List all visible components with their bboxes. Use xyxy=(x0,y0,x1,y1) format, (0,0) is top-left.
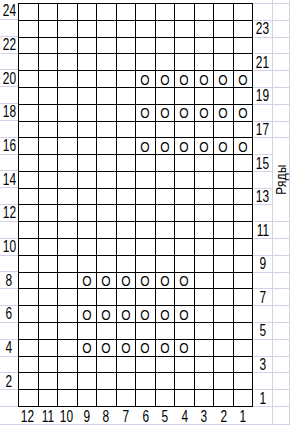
chart-cell xyxy=(175,54,195,71)
chart-cell: O xyxy=(214,71,234,88)
chart-cell xyxy=(97,323,117,340)
chart-cell: O xyxy=(234,71,254,88)
chart-cell xyxy=(97,88,117,105)
label-cell: 2 xyxy=(214,407,234,425)
chart-cell xyxy=(117,21,137,38)
chart-cell xyxy=(78,54,98,71)
chart-cell xyxy=(234,357,254,374)
row-label-left: 12 xyxy=(2,205,15,221)
yarn-over-symbol: O xyxy=(180,139,189,154)
chart-cell xyxy=(234,189,254,206)
chart-cell xyxy=(136,4,156,21)
chart-cell xyxy=(19,373,39,390)
chart-cell xyxy=(136,21,156,38)
row-label-left: 20 xyxy=(2,70,15,86)
chart-cell xyxy=(117,222,137,239)
chart-cell xyxy=(78,38,98,55)
chart-cell xyxy=(175,122,195,139)
chart-cell xyxy=(234,21,254,38)
chart-cell xyxy=(214,54,234,71)
label-cell xyxy=(0,155,18,172)
chart-cell xyxy=(39,340,59,357)
label-cell: 2 xyxy=(0,373,18,390)
chart-cell xyxy=(214,205,234,222)
chart-cell xyxy=(234,256,254,273)
chart-cell xyxy=(214,88,234,105)
yarn-over-symbol: O xyxy=(121,340,130,355)
sheet-cell xyxy=(273,88,289,105)
yarn-over-symbol: O xyxy=(141,307,150,322)
row-label-right: 19 xyxy=(256,88,269,104)
chart-cell xyxy=(78,88,98,105)
label-cell: 10 xyxy=(57,407,77,425)
chart-cell xyxy=(156,289,176,306)
chart-cell xyxy=(19,54,39,71)
chart-cell xyxy=(136,357,156,374)
chart-cell xyxy=(156,323,176,340)
row-label-left: 24 xyxy=(2,3,15,19)
chart-cell xyxy=(78,138,98,155)
chart-cell xyxy=(19,323,39,340)
yarn-over-symbol: O xyxy=(160,72,169,87)
chart-cell: O xyxy=(78,306,98,323)
chart-cell xyxy=(39,189,59,206)
chart-cell xyxy=(117,71,137,88)
chart-cell xyxy=(117,373,137,390)
column-label: 3 xyxy=(201,408,208,425)
label-cell: 5 xyxy=(253,323,272,340)
sheet-cell xyxy=(273,4,289,21)
row-label-right: 21 xyxy=(256,54,269,70)
yarn-over-symbol: O xyxy=(180,105,189,120)
chart-cell xyxy=(39,373,59,390)
chart-cell xyxy=(39,105,59,122)
chart-cell xyxy=(39,21,59,38)
label-cell: 22 xyxy=(0,37,18,54)
chart-cell xyxy=(58,256,78,273)
yarn-over-symbol: O xyxy=(238,72,247,87)
yarn-over-symbol: O xyxy=(102,340,111,355)
yarn-over-symbol: O xyxy=(180,72,189,87)
chart-cell xyxy=(39,71,59,88)
chart-cell xyxy=(19,357,39,374)
chart-cell xyxy=(58,340,78,357)
label-cell: 6 xyxy=(136,407,156,425)
chart-cell xyxy=(156,390,176,407)
label-cell: 5 xyxy=(155,407,175,425)
label-cell xyxy=(0,357,18,374)
label-cell: 24 xyxy=(0,3,18,20)
label-cell: 1 xyxy=(233,407,253,425)
chart-cell xyxy=(234,205,254,222)
chart-cell xyxy=(214,4,234,21)
label-cell: 12 xyxy=(0,205,18,222)
chart-cell xyxy=(78,122,98,139)
yarn-over-symbol: O xyxy=(180,307,189,322)
chart-cell xyxy=(97,357,117,374)
sheet-cell xyxy=(273,21,289,38)
label-cell xyxy=(253,138,272,155)
chart-cell xyxy=(195,256,215,273)
chart-cell xyxy=(19,289,39,306)
row-label-right: 13 xyxy=(256,189,269,205)
chart-cell xyxy=(136,390,156,407)
chart-grid: OOOOOOOOOOOOOOOOOOOOOOOOOOOOOOOOOOOO xyxy=(18,3,253,407)
chart-cell xyxy=(175,256,195,273)
chart-cell xyxy=(78,205,98,222)
chart-cell xyxy=(117,239,137,256)
chart-cell xyxy=(195,205,215,222)
chart-cell xyxy=(97,71,117,88)
label-cell: 23 xyxy=(253,21,272,38)
chart-cell xyxy=(58,4,78,21)
chart-cell xyxy=(214,38,234,55)
chart-cell xyxy=(195,21,215,38)
row-label-right: 17 xyxy=(256,122,269,138)
chart-cell xyxy=(58,222,78,239)
chart-cell xyxy=(58,21,78,38)
chart-cell xyxy=(58,357,78,374)
yarn-over-symbol: O xyxy=(121,273,130,288)
chart-cell xyxy=(19,189,39,206)
chart-cell: O xyxy=(195,71,215,88)
chart-cell xyxy=(39,38,59,55)
chart-cell xyxy=(234,323,254,340)
chart-cell xyxy=(214,306,234,323)
chart-cell xyxy=(58,172,78,189)
sheet-cell xyxy=(273,323,289,340)
chart-cell xyxy=(175,4,195,21)
yarn-over-symbol: O xyxy=(238,139,247,154)
right-label-column: 2321191715131197531 xyxy=(253,3,272,407)
chart-cell xyxy=(78,155,98,172)
chart-cell xyxy=(19,172,39,189)
yarn-over-symbol: O xyxy=(199,105,208,120)
chart-cell xyxy=(234,373,254,390)
chart-cell xyxy=(97,189,117,206)
chart-cell xyxy=(234,289,254,306)
chart-cell xyxy=(117,155,137,172)
chart-cell xyxy=(234,122,254,139)
label-cell: 13 xyxy=(253,189,272,206)
chart-cell xyxy=(234,155,254,172)
yarn-over-symbol: O xyxy=(219,139,228,154)
label-cell: 20 xyxy=(0,70,18,87)
chart-cell xyxy=(214,273,234,290)
chart-cell xyxy=(78,373,98,390)
chart-cell: O xyxy=(175,105,195,122)
chart-cell xyxy=(214,323,234,340)
chart-cell xyxy=(136,239,156,256)
chart-cell xyxy=(175,239,195,256)
column-label: 2 xyxy=(220,408,227,425)
chart-cell xyxy=(117,122,137,139)
chart-cell xyxy=(39,122,59,139)
chart-cell xyxy=(39,239,59,256)
sheet-cell xyxy=(273,306,289,323)
chart-cell xyxy=(214,256,234,273)
chart-cell xyxy=(156,172,176,189)
yarn-over-symbol: O xyxy=(199,72,208,87)
chart-cell xyxy=(136,88,156,105)
chart-cell xyxy=(58,273,78,290)
column-label: 1 xyxy=(240,408,247,425)
label-cell: 18 xyxy=(0,104,18,121)
chart-cell xyxy=(19,155,39,172)
chart-cell xyxy=(117,323,137,340)
bottom-label-row: 121110987654321 xyxy=(18,407,253,425)
yarn-over-symbol: O xyxy=(82,273,91,288)
chart-cell xyxy=(214,289,234,306)
label-cell xyxy=(0,256,18,273)
chart-cell xyxy=(39,256,59,273)
chart-cell xyxy=(136,222,156,239)
label-cell xyxy=(0,222,18,239)
chart-cell xyxy=(214,21,234,38)
chart-cell xyxy=(234,273,254,290)
label-cell xyxy=(0,390,18,407)
chart-cell: O xyxy=(97,273,117,290)
chart-cell xyxy=(175,357,195,374)
row-label-right: 3 xyxy=(259,357,266,373)
row-label-right: 5 xyxy=(259,323,266,339)
knitting-chart-sheet: 24222018161412108642 OOOOOOOOOOOOOOOOOOO… xyxy=(0,0,291,426)
chart-cell xyxy=(214,373,234,390)
chart-cell xyxy=(58,323,78,340)
label-cell xyxy=(253,340,272,357)
yarn-over-symbol: O xyxy=(160,273,169,288)
yarn-over-symbol: O xyxy=(180,340,189,355)
chart-cell xyxy=(97,38,117,55)
chart-cell xyxy=(78,289,98,306)
chart-cell: O xyxy=(175,306,195,323)
chart-cell xyxy=(97,390,117,407)
chart-cell xyxy=(39,390,59,407)
column-label: 4 xyxy=(181,408,188,425)
chart-cell xyxy=(78,256,98,273)
chart-cell: O xyxy=(175,340,195,357)
row-label-left: 18 xyxy=(2,104,15,120)
chart-cell xyxy=(58,138,78,155)
chart-cell xyxy=(136,373,156,390)
chart-cell xyxy=(195,273,215,290)
chart-cell: O xyxy=(214,105,234,122)
chart-cell xyxy=(175,205,195,222)
chart-cell xyxy=(78,172,98,189)
label-cell xyxy=(253,239,272,256)
sheet-cell xyxy=(273,340,289,357)
chart-cell xyxy=(175,222,195,239)
chart-cell xyxy=(39,155,59,172)
chart-cell xyxy=(195,88,215,105)
chart-cell xyxy=(19,4,39,21)
chart-cell xyxy=(214,340,234,357)
yarn-over-symbol: O xyxy=(121,307,130,322)
yarn-over-symbol: O xyxy=(102,273,111,288)
chart-cell xyxy=(117,88,137,105)
chart-cell xyxy=(195,122,215,139)
chart-cell xyxy=(175,155,195,172)
label-cell: 6 xyxy=(0,306,18,323)
chart-cell: O xyxy=(136,71,156,88)
chart-cell xyxy=(58,205,78,222)
chart-cell xyxy=(39,4,59,21)
yarn-over-symbol: O xyxy=(160,105,169,120)
label-cell: 11 xyxy=(253,222,272,239)
chart-cell xyxy=(78,222,98,239)
chart-cell xyxy=(175,189,195,206)
yarn-over-symbol: O xyxy=(219,72,228,87)
chart-cell xyxy=(214,189,234,206)
chart-cell xyxy=(136,289,156,306)
chart-cell xyxy=(97,222,117,239)
chart-cell xyxy=(195,54,215,71)
label-cell xyxy=(253,71,272,88)
label-cell: 11 xyxy=(38,407,58,425)
yarn-over-symbol: O xyxy=(141,139,150,154)
chart-cell xyxy=(234,222,254,239)
chart-cell xyxy=(19,138,39,155)
chart-cell xyxy=(19,222,39,239)
chart-cell xyxy=(19,38,39,55)
label-cell xyxy=(0,121,18,138)
rows-axis-label: Ряды xyxy=(273,154,289,205)
chart-cell xyxy=(117,205,137,222)
chart-cell xyxy=(195,239,215,256)
label-cell: 21 xyxy=(253,54,272,71)
column-label: 5 xyxy=(162,408,169,425)
chart-cell xyxy=(117,38,137,55)
chart-cell xyxy=(156,239,176,256)
chart-cell xyxy=(97,373,117,390)
row-label-left: 4 xyxy=(6,340,13,356)
chart-cell xyxy=(97,138,117,155)
sheet-gridline-vertical xyxy=(289,0,290,425)
chart-cell xyxy=(156,373,176,390)
label-cell: 19 xyxy=(253,88,272,105)
chart-cell xyxy=(58,38,78,55)
row-label-left: 16 xyxy=(2,138,15,154)
label-cell: 10 xyxy=(0,239,18,256)
chart-cell xyxy=(19,205,39,222)
column-label: 6 xyxy=(142,408,149,425)
chart-cell: O xyxy=(156,340,176,357)
row-label-right: 23 xyxy=(256,21,269,37)
chart-cell: O xyxy=(156,273,176,290)
chart-cell xyxy=(175,323,195,340)
sheet-cell xyxy=(273,239,289,256)
chart-cell xyxy=(97,239,117,256)
chart-cell xyxy=(39,172,59,189)
chart-cell xyxy=(175,38,195,55)
yarn-over-symbol: O xyxy=(199,139,208,154)
chart-cell xyxy=(195,222,215,239)
sheet-cell xyxy=(273,390,289,407)
yarn-over-symbol: O xyxy=(141,273,150,288)
chart-cell xyxy=(156,357,176,374)
chart-cell xyxy=(19,273,39,290)
chart-cell: O xyxy=(97,340,117,357)
chart-cell xyxy=(195,323,215,340)
label-cell: 7 xyxy=(116,407,136,425)
label-cell: 15 xyxy=(253,155,272,172)
chart-cell xyxy=(195,4,215,21)
chart-cell: O xyxy=(195,105,215,122)
chart-cell xyxy=(195,357,215,374)
chart-cell xyxy=(175,390,195,407)
yarn-over-symbol: O xyxy=(219,105,228,120)
label-cell: 7 xyxy=(253,289,272,306)
yarn-over-symbol: O xyxy=(141,105,150,120)
yarn-over-symbol: O xyxy=(141,340,150,355)
chart-cell xyxy=(97,21,117,38)
chart-cell xyxy=(117,105,137,122)
chart-cell xyxy=(39,138,59,155)
sheet-cell xyxy=(273,205,289,222)
chart-cell xyxy=(117,289,137,306)
label-cell xyxy=(0,87,18,104)
label-cell xyxy=(0,188,18,205)
chart-cell xyxy=(156,88,176,105)
chart-cell xyxy=(117,4,137,21)
label-cell xyxy=(253,205,272,222)
chart-cell xyxy=(234,306,254,323)
chart-cell: O xyxy=(136,105,156,122)
yarn-over-symbol: O xyxy=(180,273,189,288)
chart-cell xyxy=(136,155,156,172)
chart-cell xyxy=(39,357,59,374)
chart-cell xyxy=(58,88,78,105)
chart-cell xyxy=(117,189,137,206)
chart-cell xyxy=(39,273,59,290)
chart-cell: O xyxy=(136,306,156,323)
chart-cell xyxy=(19,122,39,139)
row-label-left: 2 xyxy=(6,373,13,389)
chart-cell xyxy=(58,289,78,306)
sheet-cell xyxy=(273,289,289,306)
chart-cell xyxy=(156,205,176,222)
sheet-cell xyxy=(273,357,289,374)
label-cell xyxy=(253,373,272,390)
chart-cell: O xyxy=(234,138,254,155)
chart-cell xyxy=(19,306,39,323)
chart-cell xyxy=(19,21,39,38)
chart-cell xyxy=(39,54,59,71)
chart-cell xyxy=(136,38,156,55)
chart-cell xyxy=(19,71,39,88)
chart-cell xyxy=(97,4,117,21)
chart-cell xyxy=(234,172,254,189)
column-label: 10 xyxy=(60,408,73,425)
chart-cell xyxy=(136,54,156,71)
chart-cell: O xyxy=(195,138,215,155)
chart-cell xyxy=(58,189,78,206)
chart-cell xyxy=(78,390,98,407)
label-cell: 12 xyxy=(18,407,38,425)
column-label: 12 xyxy=(21,408,34,425)
chart-cell xyxy=(195,38,215,55)
sheet-cell xyxy=(273,105,289,122)
chart-cell xyxy=(39,289,59,306)
chart-cell: O xyxy=(136,273,156,290)
column-label: 11 xyxy=(41,408,53,425)
chart-cell xyxy=(19,256,39,273)
chart-cell xyxy=(234,38,254,55)
label-cell xyxy=(253,273,272,290)
chart-cell: O xyxy=(175,273,195,290)
label-cell xyxy=(253,172,272,189)
chart-cell xyxy=(156,155,176,172)
